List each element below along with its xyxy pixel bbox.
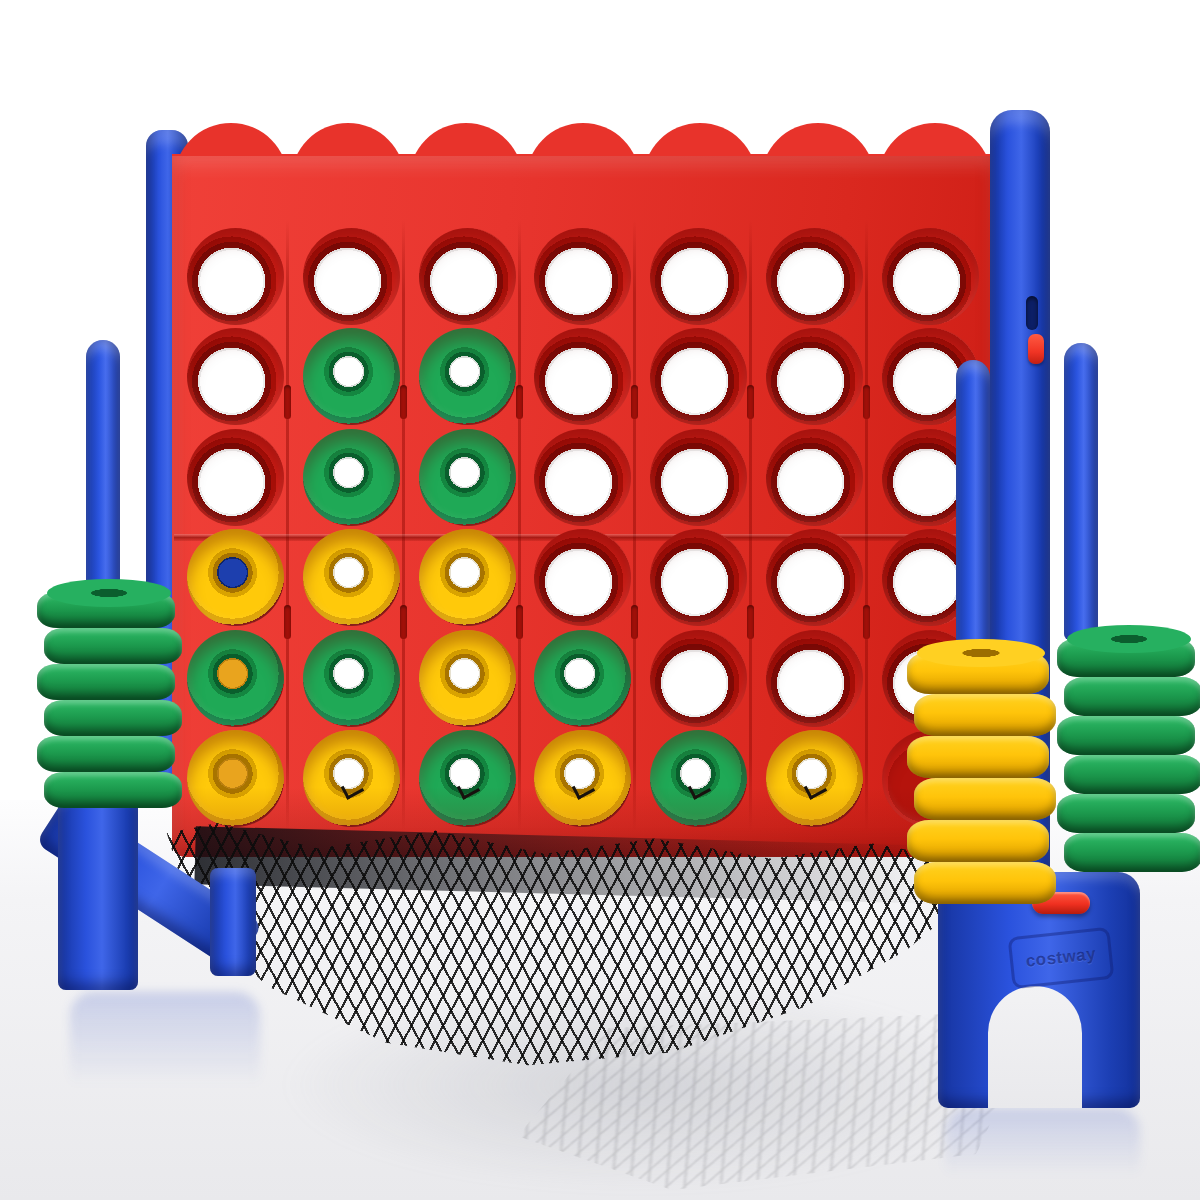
hole-r5c6-empty (766, 630, 863, 727)
board-cell-r1c2 (294, 226, 410, 327)
hole-r3c6-empty (766, 429, 863, 526)
hole-r3c4-empty (534, 429, 631, 526)
hole-r4c4-empty (534, 529, 631, 626)
board-cell-r4c3 (409, 528, 525, 629)
board-cell-r3c6 (757, 427, 873, 528)
green-disc (1064, 833, 1200, 872)
board-cell-r5c3 (409, 628, 525, 729)
hole-r1c5-empty (650, 228, 747, 325)
board-cell-r1c3 (409, 226, 525, 327)
board-cell-r4c6 (757, 528, 873, 629)
right-green-disc-stack (1060, 638, 1198, 872)
board-cell-r1c7 (872, 226, 988, 327)
hole-r3c1-empty (187, 429, 284, 526)
green-disc (1057, 794, 1195, 833)
hole-r4c6-empty (766, 529, 863, 626)
red-release-slider-upper (1028, 334, 1044, 364)
hole-r2c2-green-disc (303, 328, 400, 425)
left-leg (58, 788, 258, 990)
board-cell-r3c2 (294, 427, 410, 528)
board-cell-r2c6 (757, 327, 873, 428)
green-disc (44, 700, 182, 736)
left-leg-front-foot (58, 794, 138, 990)
green-disc (37, 664, 175, 700)
release-slider-slot-upper (1026, 296, 1038, 330)
green-disc (44, 628, 182, 664)
hole-r1c1-empty (187, 228, 284, 325)
board-cell-r5c5 (641, 628, 757, 729)
board-cell-r3c3 (409, 427, 525, 528)
board-cell-r3c1 (178, 427, 294, 528)
green-disc (1064, 755, 1200, 794)
green-disc (1057, 638, 1195, 677)
green-disc (1057, 716, 1195, 755)
hole-grid-7x6 (178, 226, 988, 829)
right-leg-arch-cutout (988, 986, 1082, 1108)
hole-r1c7-empty (882, 228, 979, 325)
hole-r5c2-green-disc (303, 630, 400, 727)
giant-connect-four-product-photo: costway (0, 0, 1200, 1200)
hole-r1c2-empty (303, 228, 400, 325)
hole-r5c4-green-disc (534, 630, 631, 727)
yellow-disc (907, 820, 1049, 862)
yellow-disc (907, 736, 1049, 778)
left-disc-storage-post (86, 340, 120, 593)
board-cell-r5c4 (525, 628, 641, 729)
yellow-disc (914, 694, 1056, 736)
hole-r2c6-empty (766, 328, 863, 425)
board-cell-r5c2 (294, 628, 410, 729)
board-cell-r2c4 (525, 327, 641, 428)
yellow-disc (914, 778, 1056, 820)
board-cell-r1c4 (525, 226, 641, 327)
hole-r3c5-empty (650, 429, 747, 526)
hole-r2c1-empty (187, 328, 284, 425)
hole-r4c1-yellow-disc (187, 529, 284, 626)
hole-r5c5-empty (650, 630, 747, 727)
green-disc (37, 592, 175, 628)
board-cell-r4c4 (525, 528, 641, 629)
board-cell-r4c5 (641, 528, 757, 629)
hole-r5c1-green-disc (187, 630, 284, 727)
green-disc (44, 772, 182, 808)
right-yellow-disc-stack (910, 652, 1052, 904)
green-disc (1064, 677, 1200, 716)
board-front-panel (172, 156, 994, 857)
board-cell-r4c2 (294, 528, 410, 629)
right-leg-reflection (945, 1108, 1140, 1188)
yellow-disc (907, 652, 1049, 694)
hole-r1c6-empty (766, 228, 863, 325)
costway-embossed-logo: costway (1008, 927, 1115, 989)
board-cell-r3c5 (641, 427, 757, 528)
hole-r2c4-empty (534, 328, 631, 425)
green-disc (37, 736, 175, 772)
hole-r4c2-yellow-disc (303, 529, 400, 626)
board-cell-r4c1 (178, 528, 294, 629)
board-cell-r2c5 (641, 327, 757, 428)
board-cell-r2c2 (294, 327, 410, 428)
left-green-disc-stack (40, 592, 178, 808)
hole-r2c5-empty (650, 328, 747, 425)
right-front-disc-storage-post (956, 360, 990, 655)
board-cell-r1c6 (757, 226, 873, 327)
board-cell-r1c5 (641, 226, 757, 327)
hole-r5c3-yellow-disc (419, 630, 516, 727)
right-rear-disc-storage-post (1064, 343, 1098, 640)
board-cell-r5c6 (757, 628, 873, 729)
hole-r1c4-empty (534, 228, 631, 325)
hole-r4c5-empty (650, 529, 747, 626)
left-leg-rear-foot (210, 868, 256, 976)
board-cell-r1c1 (178, 226, 294, 327)
hole-r4c3-yellow-disc (419, 529, 516, 626)
yellow-disc (914, 862, 1056, 904)
board-cell-r2c3 (409, 327, 525, 428)
right-leg: costway (938, 872, 1140, 1108)
hole-r3c3-green-disc (419, 429, 516, 526)
board-cell-r5c1 (178, 628, 294, 729)
game-board (172, 112, 994, 857)
board-cell-r3c4 (525, 427, 641, 528)
hole-r3c2-green-disc (303, 429, 400, 526)
hole-r1c3-empty (419, 228, 516, 325)
left-leg-reflection (70, 992, 260, 1102)
board-cell-r2c1 (178, 327, 294, 428)
hole-r2c3-green-disc (419, 328, 516, 425)
